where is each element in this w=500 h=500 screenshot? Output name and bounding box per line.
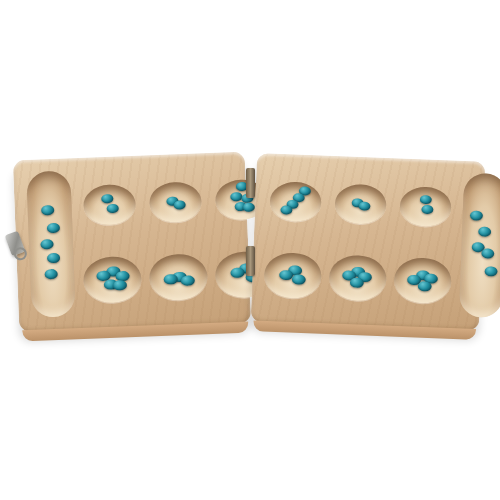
pit-cell xyxy=(82,243,143,316)
east-store xyxy=(459,173,500,318)
stone xyxy=(478,227,491,237)
pit-south-6[interactable] xyxy=(393,256,452,303)
stone xyxy=(470,210,483,220)
pit-south-4[interactable] xyxy=(263,251,322,298)
pit-cell xyxy=(266,165,326,237)
pit-cell xyxy=(396,170,456,242)
pit-cell xyxy=(393,244,453,316)
pit-north-2[interactable] xyxy=(149,181,202,223)
pit-cell xyxy=(331,168,391,240)
stone xyxy=(164,274,178,285)
stone xyxy=(350,277,364,288)
pit-cell xyxy=(263,239,323,311)
clasp-latch-icon xyxy=(5,231,26,256)
pit-north-1[interactable] xyxy=(83,183,136,225)
pit-cell xyxy=(148,240,209,313)
pit-north-6[interactable] xyxy=(399,186,452,227)
pit-cell xyxy=(328,242,388,314)
stone xyxy=(47,223,60,233)
pit-north-5[interactable] xyxy=(334,183,387,224)
photo-scene xyxy=(0,0,500,500)
stone xyxy=(101,193,113,203)
pit-cell xyxy=(145,165,206,238)
pit-south-5[interactable] xyxy=(328,254,387,301)
stone xyxy=(481,248,494,258)
hinge-icon xyxy=(246,246,255,276)
stone xyxy=(107,203,119,213)
pit-north-4[interactable] xyxy=(269,181,322,222)
stone xyxy=(173,200,185,210)
pit-south-1[interactable] xyxy=(83,255,143,303)
stone xyxy=(113,280,127,291)
stone xyxy=(44,269,57,279)
mancala-board xyxy=(16,150,484,340)
stone xyxy=(181,275,195,286)
stone xyxy=(292,274,306,285)
stone xyxy=(41,205,54,215)
west-store xyxy=(26,170,76,318)
stone xyxy=(418,281,432,292)
stone xyxy=(243,202,255,212)
stone xyxy=(484,266,497,276)
hinge-icon xyxy=(246,168,255,198)
stone xyxy=(421,204,433,214)
stone xyxy=(40,239,53,249)
board-right-half xyxy=(251,153,486,331)
pit-cell xyxy=(79,168,140,241)
stone xyxy=(358,201,370,211)
stone xyxy=(280,205,292,215)
stone xyxy=(230,267,244,278)
stone xyxy=(420,194,432,204)
stone xyxy=(279,269,293,280)
stone xyxy=(47,253,60,263)
pit-south-2[interactable] xyxy=(149,253,209,301)
board-left-half xyxy=(13,152,251,333)
